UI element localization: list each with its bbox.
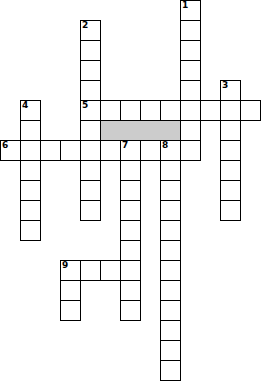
grid-cell[interactable] bbox=[100, 140, 121, 161]
grid-cell[interactable] bbox=[80, 120, 101, 141]
grid-cell[interactable] bbox=[180, 20, 201, 41]
grid-cell[interactable] bbox=[120, 220, 141, 241]
grid-cell[interactable] bbox=[100, 260, 121, 281]
grid-cell[interactable] bbox=[20, 160, 41, 181]
grid-cell[interactable] bbox=[80, 60, 101, 81]
grid-cell[interactable]: 1 bbox=[180, 0, 201, 21]
grid-cell[interactable] bbox=[160, 180, 181, 201]
grid-cell[interactable] bbox=[60, 280, 81, 301]
grid-cell[interactable] bbox=[160, 260, 181, 281]
grid-cell[interactable] bbox=[120, 240, 141, 261]
grid-cell[interactable] bbox=[80, 40, 101, 61]
grid-cell[interactable] bbox=[60, 140, 81, 161]
grid-cell[interactable]: 5 bbox=[80, 100, 101, 121]
grid-cell[interactable]: 3 bbox=[220, 80, 241, 101]
grid-cell[interactable] bbox=[20, 120, 41, 141]
grid-cell[interactable] bbox=[180, 80, 201, 101]
grid-cell[interactable] bbox=[80, 140, 101, 161]
grid-cell[interactable] bbox=[20, 180, 41, 201]
clue-number: 7 bbox=[122, 141, 128, 150]
crossword-grid: 123456789 bbox=[0, 0, 261, 381]
grid-cell[interactable] bbox=[220, 140, 241, 161]
grid-cell[interactable] bbox=[60, 300, 81, 321]
grid-cell[interactable] bbox=[80, 180, 101, 201]
grid-cell[interactable] bbox=[160, 240, 181, 261]
grid-cell[interactable] bbox=[240, 100, 261, 121]
grid-cell[interactable] bbox=[140, 140, 161, 161]
grid-cell[interactable] bbox=[160, 320, 181, 341]
grid-cell[interactable] bbox=[120, 160, 141, 181]
grid-cell[interactable] bbox=[160, 280, 181, 301]
grid-cell[interactable] bbox=[40, 140, 61, 161]
grid-cell[interactable] bbox=[180, 120, 201, 141]
grid-cell[interactable] bbox=[160, 220, 181, 241]
grid-cell[interactable]: 6 bbox=[0, 140, 21, 161]
grid-cell[interactable] bbox=[120, 280, 141, 301]
grid-cell[interactable] bbox=[180, 140, 201, 161]
grid-cell[interactable] bbox=[120, 100, 141, 121]
grid-cell[interactable] bbox=[20, 220, 41, 241]
grid-cell[interactable]: 7 bbox=[120, 140, 141, 161]
grid-cell[interactable]: 9 bbox=[60, 260, 81, 281]
grid-cell[interactable] bbox=[160, 340, 181, 361]
grid-cell[interactable] bbox=[160, 100, 181, 121]
grid-cell[interactable] bbox=[120, 260, 141, 281]
grid-cell[interactable] bbox=[80, 80, 101, 101]
grid-cell[interactable] bbox=[80, 260, 101, 281]
grid-cell[interactable] bbox=[120, 180, 141, 201]
grid-cell[interactable] bbox=[160, 200, 181, 221]
grid-cell[interactable] bbox=[20, 200, 41, 221]
grid-cell[interactable] bbox=[120, 200, 141, 221]
clue-number: 6 bbox=[2, 141, 8, 150]
grid-cell[interactable]: 8 bbox=[160, 140, 181, 161]
clue-number: 1 bbox=[182, 1, 188, 10]
blocked-cell bbox=[100, 120, 181, 141]
clue-number: 3 bbox=[222, 81, 228, 90]
grid-cell[interactable]: 4 bbox=[20, 100, 41, 121]
grid-cell[interactable] bbox=[180, 100, 201, 121]
grid-cell[interactable] bbox=[180, 40, 201, 61]
grid-cell[interactable] bbox=[220, 180, 241, 201]
clue-number: 5 bbox=[82, 101, 88, 110]
grid-cell[interactable] bbox=[80, 200, 101, 221]
grid-cell[interactable] bbox=[20, 140, 41, 161]
clue-number: 4 bbox=[22, 101, 28, 110]
grid-cell[interactable] bbox=[120, 300, 141, 321]
clue-number: 8 bbox=[162, 141, 168, 150]
grid-cell[interactable] bbox=[220, 160, 241, 181]
grid-cell[interactable] bbox=[220, 200, 241, 221]
grid-cell[interactable] bbox=[140, 100, 161, 121]
grid-cell[interactable] bbox=[160, 360, 181, 381]
grid-cell[interactable] bbox=[220, 100, 241, 121]
grid-cell[interactable] bbox=[80, 160, 101, 181]
grid-cell[interactable] bbox=[160, 160, 181, 181]
clue-number: 2 bbox=[82, 21, 88, 30]
grid-cell[interactable]: 2 bbox=[80, 20, 101, 41]
grid-cell[interactable] bbox=[160, 300, 181, 321]
grid-cell[interactable] bbox=[100, 100, 121, 121]
grid-cell[interactable] bbox=[200, 100, 221, 121]
grid-cell[interactable] bbox=[180, 60, 201, 81]
grid-cell[interactable] bbox=[220, 120, 241, 141]
clue-number: 9 bbox=[62, 261, 68, 270]
